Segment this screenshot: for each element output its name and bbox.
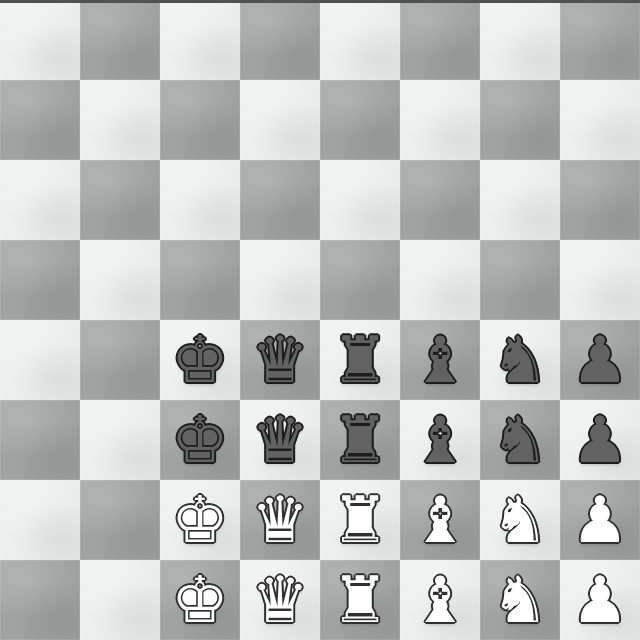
piece-black-rook[interactable]: ♜ xyxy=(320,400,400,480)
square-f2[interactable]: ♝ xyxy=(400,480,480,560)
square-h7[interactable] xyxy=(560,80,640,160)
square-d5[interactable] xyxy=(240,240,320,320)
square-d8[interactable] xyxy=(240,0,320,80)
square-e5[interactable] xyxy=(320,240,400,320)
square-e8[interactable] xyxy=(320,0,400,80)
piece-black-queen[interactable]: ♛ xyxy=(240,400,320,480)
piece-black-bishop[interactable]: ♝ xyxy=(400,400,480,480)
square-g5[interactable] xyxy=(480,240,560,320)
piece-white-rook[interactable]: ♜ xyxy=(320,480,400,560)
square-d6[interactable] xyxy=(240,160,320,240)
square-b6[interactable] xyxy=(80,160,160,240)
square-g7[interactable] xyxy=(480,80,560,160)
piece-white-king[interactable]: ♚ xyxy=(160,480,240,560)
square-c8[interactable] xyxy=(160,0,240,80)
square-f6[interactable] xyxy=(400,160,480,240)
square-b4[interactable] xyxy=(80,320,160,400)
square-h8[interactable] xyxy=(560,0,640,80)
square-f4[interactable]: ♝ xyxy=(400,320,480,400)
square-b5[interactable] xyxy=(80,240,160,320)
square-d1[interactable]: ♛ xyxy=(240,560,320,640)
piece-white-pawn[interactable]: ♟ xyxy=(560,560,640,640)
square-b1[interactable] xyxy=(80,560,160,640)
piece-white-bishop[interactable]: ♝ xyxy=(400,480,480,560)
square-a6[interactable] xyxy=(0,160,80,240)
square-g3[interactable]: ♞ xyxy=(480,400,560,480)
square-c4[interactable]: ♚ xyxy=(160,320,240,400)
square-f3[interactable]: ♝ xyxy=(400,400,480,480)
square-c2[interactable]: ♚ xyxy=(160,480,240,560)
square-c6[interactable] xyxy=(160,160,240,240)
piece-black-pawn[interactable]: ♟ xyxy=(560,400,640,480)
square-a7[interactable] xyxy=(0,80,80,160)
square-g2[interactable]: ♞ xyxy=(480,480,560,560)
piece-white-king[interactable]: ♚ xyxy=(160,560,240,640)
piece-white-knight[interactable]: ♞ xyxy=(480,560,560,640)
square-g1[interactable]: ♞ xyxy=(480,560,560,640)
square-d4[interactable]: ♛ xyxy=(240,320,320,400)
piece-white-queen[interactable]: ♛ xyxy=(240,480,320,560)
square-g6[interactable] xyxy=(480,160,560,240)
square-f8[interactable] xyxy=(400,0,480,80)
piece-black-knight[interactable]: ♞ xyxy=(480,320,560,400)
piece-white-knight[interactable]: ♞ xyxy=(480,480,560,560)
square-e6[interactable] xyxy=(320,160,400,240)
piece-black-bishop[interactable]: ♝ xyxy=(400,320,480,400)
square-a3[interactable] xyxy=(0,400,80,480)
square-b7[interactable] xyxy=(80,80,160,160)
square-g4[interactable]: ♞ xyxy=(480,320,560,400)
square-b2[interactable] xyxy=(80,480,160,560)
square-d7[interactable] xyxy=(240,80,320,160)
square-h2[interactable]: ♟ xyxy=(560,480,640,560)
square-e1[interactable]: ♜ xyxy=(320,560,400,640)
piece-white-queen[interactable]: ♛ xyxy=(240,560,320,640)
square-a4[interactable] xyxy=(0,320,80,400)
piece-black-queen[interactable]: ♛ xyxy=(240,320,320,400)
square-b8[interactable] xyxy=(80,0,160,80)
square-h3[interactable]: ♟ xyxy=(560,400,640,480)
piece-white-pawn[interactable]: ♟ xyxy=(560,480,640,560)
piece-black-pawn[interactable]: ♟ xyxy=(560,320,640,400)
square-e4[interactable]: ♜ xyxy=(320,320,400,400)
square-c3[interactable]: ♚ xyxy=(160,400,240,480)
square-f5[interactable] xyxy=(400,240,480,320)
square-h1[interactable]: ♟ xyxy=(560,560,640,640)
square-d2[interactable]: ♛ xyxy=(240,480,320,560)
square-a1[interactable] xyxy=(0,560,80,640)
piece-black-king[interactable]: ♚ xyxy=(160,320,240,400)
square-d3[interactable]: ♛ xyxy=(240,400,320,480)
square-g8[interactable] xyxy=(480,0,560,80)
square-a8[interactable] xyxy=(0,0,80,80)
square-h5[interactable] xyxy=(560,240,640,320)
square-c5[interactable] xyxy=(160,240,240,320)
square-e7[interactable] xyxy=(320,80,400,160)
piece-black-king[interactable]: ♚ xyxy=(160,400,240,480)
square-a5[interactable] xyxy=(0,240,80,320)
chess-board: ♚♛♜♝♞♟♚♛♜♝♞♟♚♛♜♝♞♟♚♛♜♝♞♟ xyxy=(0,0,640,640)
piece-white-rook[interactable]: ♜ xyxy=(320,560,400,640)
square-c1[interactable]: ♚ xyxy=(160,560,240,640)
square-f1[interactable]: ♝ xyxy=(400,560,480,640)
square-b3[interactable] xyxy=(80,400,160,480)
piece-black-rook[interactable]: ♜ xyxy=(320,320,400,400)
piece-white-bishop[interactable]: ♝ xyxy=(400,560,480,640)
square-a2[interactable] xyxy=(0,480,80,560)
square-f7[interactable] xyxy=(400,80,480,160)
square-c7[interactable] xyxy=(160,80,240,160)
square-h6[interactable] xyxy=(560,160,640,240)
square-e2[interactable]: ♜ xyxy=(320,480,400,560)
square-h4[interactable]: ♟ xyxy=(560,320,640,400)
board-top-edge xyxy=(0,0,640,3)
piece-black-knight[interactable]: ♞ xyxy=(480,400,560,480)
chess-board-area: ♚♛♜♝♞♟♚♛♜♝♞♟♚♛♜♝♞♟♚♛♜♝♞♟ xyxy=(0,0,640,640)
square-e3[interactable]: ♜ xyxy=(320,400,400,480)
